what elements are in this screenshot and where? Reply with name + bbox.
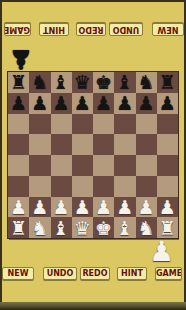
toolbar-bottom-button-hint[interactable]: HINT	[117, 267, 147, 280]
piece-white-knight[interactable]: ♞	[31, 218, 48, 238]
piece-black-king[interactable]: ♚	[95, 72, 112, 92]
square-e8[interactable]: ♚	[93, 72, 114, 93]
square-b1[interactable]: ♞	[29, 217, 50, 238]
piece-white-rook[interactable]: ♜	[10, 218, 27, 238]
square-g7[interactable]: ♟	[136, 93, 157, 114]
piece-white-bishop[interactable]: ♝	[53, 218, 70, 238]
square-c8[interactable]: ♝	[51, 72, 72, 93]
square-b3[interactable]	[29, 176, 50, 197]
piece-white-pawn[interactable]: ♟	[159, 197, 176, 217]
square-g8[interactable]: ♞	[136, 72, 157, 93]
piece-black-pawn[interactable]: ♟	[116, 93, 133, 113]
square-f6[interactable]	[114, 114, 135, 135]
square-a3[interactable]	[8, 176, 29, 197]
square-b5[interactable]	[29, 134, 50, 155]
toolbar-top-button-hint[interactable]: HINT	[39, 23, 69, 36]
square-a1[interactable]: ♜	[8, 217, 29, 238]
piece-black-bishop[interactable]: ♝	[53, 72, 70, 92]
square-f7[interactable]: ♟	[114, 93, 135, 114]
square-d5[interactable]	[72, 134, 93, 155]
toolbar-top-button-new[interactable]: NEW	[152, 23, 184, 36]
toolbar-bottom-button-undo[interactable]: UNDO	[43, 267, 77, 280]
square-d8[interactable]: ♛	[72, 72, 93, 93]
frame-edge-top	[0, 0, 186, 2]
piece-black-knight[interactable]: ♞	[138, 72, 155, 92]
piece-white-bishop[interactable]: ♝	[116, 218, 133, 238]
chess-app-window: NEWUNDOREDOHINTGAME ♟ ♜♞♝♛♚♝♞♜♟♟♟♟♟♟♟♟♟♟…	[0, 0, 186, 310]
toolbar-top-button-redo[interactable]: REDO	[76, 23, 106, 36]
piece-black-pawn[interactable]: ♟	[95, 93, 112, 113]
square-a4[interactable]	[8, 155, 29, 176]
square-d3[interactable]	[72, 176, 93, 197]
square-d1[interactable]: ♛	[72, 217, 93, 238]
piece-white-pawn[interactable]: ♟	[95, 197, 112, 217]
square-c7[interactable]: ♟	[51, 93, 72, 114]
piece-black-pawn[interactable]: ♟	[159, 93, 176, 113]
square-f2[interactable]: ♟	[114, 197, 135, 218]
piece-black-pawn[interactable]: ♟	[138, 93, 155, 113]
piece-white-pawn[interactable]: ♟	[116, 197, 133, 217]
square-h3[interactable]	[157, 176, 178, 197]
square-g6[interactable]	[136, 114, 157, 135]
piece-black-knight[interactable]: ♞	[31, 72, 48, 92]
frame-edge-left	[0, 0, 2, 310]
square-e6[interactable]	[93, 114, 114, 135]
frame-edge-right	[184, 0, 186, 310]
offboard-black-pawn-inverted: ♟	[9, 44, 33, 74]
square-b4[interactable]	[29, 155, 50, 176]
piece-white-queen[interactable]: ♛	[74, 218, 91, 238]
square-f8[interactable]: ♝	[114, 72, 135, 93]
toolbar-top-button-game[interactable]: GAME	[4, 23, 31, 36]
piece-white-pawn[interactable]: ♟	[138, 197, 155, 217]
piece-white-pawn[interactable]: ♟	[74, 197, 91, 217]
piece-black-bishop[interactable]: ♝	[116, 72, 133, 92]
square-c5[interactable]	[51, 134, 72, 155]
square-d7[interactable]: ♟	[72, 93, 93, 114]
square-c4[interactable]	[51, 155, 72, 176]
square-e5[interactable]	[93, 134, 114, 155]
square-a2[interactable]: ♟	[8, 197, 29, 218]
square-g4[interactable]	[136, 155, 157, 176]
piece-white-pawn[interactable]: ♟	[31, 197, 48, 217]
offboard-white-pawn: ♟	[149, 236, 173, 268]
piece-black-rook[interactable]: ♜	[159, 72, 176, 92]
square-c1[interactable]: ♝	[51, 217, 72, 238]
square-f1[interactable]: ♝	[114, 217, 135, 238]
frame-edge-bottom	[0, 302, 186, 310]
square-e3[interactable]	[93, 176, 114, 197]
square-a8[interactable]: ♜	[8, 72, 29, 93]
square-d4[interactable]	[72, 155, 93, 176]
square-a5[interactable]	[8, 134, 29, 155]
toolbar-bottom-button-new[interactable]: NEW	[2, 267, 34, 280]
square-e7[interactable]: ♟	[93, 93, 114, 114]
square-e4[interactable]	[93, 155, 114, 176]
piece-black-rook[interactable]: ♜	[10, 72, 27, 92]
square-h4[interactable]	[157, 155, 178, 176]
square-b2[interactable]: ♟	[29, 197, 50, 218]
square-f3[interactable]	[114, 176, 135, 197]
square-a6[interactable]	[8, 114, 29, 135]
square-d2[interactable]: ♟	[72, 197, 93, 218]
square-e2[interactable]: ♟	[93, 197, 114, 218]
piece-black-pawn[interactable]: ♟	[31, 93, 48, 113]
square-b6[interactable]	[29, 114, 50, 135]
piece-black-pawn[interactable]: ♟	[74, 93, 91, 113]
square-g2[interactable]: ♟	[136, 197, 157, 218]
square-d6[interactable]	[72, 114, 93, 135]
square-f4[interactable]	[114, 155, 135, 176]
square-g3[interactable]	[136, 176, 157, 197]
toolbar-top-button-undo[interactable]: UNDO	[109, 23, 143, 36]
square-b7[interactable]: ♟	[29, 93, 50, 114]
chess-board[interactable]: ♜♞♝♛♚♝♞♜♟♟♟♟♟♟♟♟♟♟♟♟♟♟♟♟♜♞♝♛♚♝♞♜	[8, 72, 178, 238]
square-h8[interactable]: ♜	[157, 72, 178, 93]
bottom-toolbar: NEWUNDOREDOHINTGAME	[2, 267, 184, 280]
square-c3[interactable]	[51, 176, 72, 197]
piece-white-pawn[interactable]: ♟	[53, 197, 70, 217]
square-f5[interactable]	[114, 134, 135, 155]
piece-white-pawn[interactable]: ♟	[10, 197, 27, 217]
square-h6[interactable]	[157, 114, 178, 135]
square-c2[interactable]: ♟	[51, 197, 72, 218]
square-b8[interactable]: ♞	[29, 72, 50, 93]
toolbar-bottom-button-game[interactable]: GAME	[155, 267, 182, 280]
piece-white-king[interactable]: ♚	[95, 218, 112, 238]
square-c6[interactable]	[51, 114, 72, 135]
piece-black-pawn[interactable]: ♟	[53, 93, 70, 113]
square-g5[interactable]	[136, 134, 157, 155]
piece-black-pawn[interactable]: ♟	[10, 93, 27, 113]
square-a7[interactable]: ♟	[8, 93, 29, 114]
square-e1[interactable]: ♚	[93, 217, 114, 238]
toolbar-bottom-button-redo[interactable]: REDO	[80, 267, 110, 280]
square-h5[interactable]	[157, 134, 178, 155]
piece-black-queen[interactable]: ♛	[74, 72, 91, 92]
top-toolbar-rotated: NEWUNDOREDOHINTGAME	[2, 23, 184, 36]
square-h2[interactable]: ♟	[157, 197, 178, 218]
square-h7[interactable]: ♟	[157, 93, 178, 114]
